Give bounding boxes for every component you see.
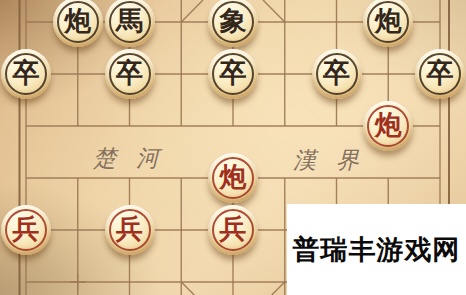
watermark-banner: 普瑞丰游戏网	[287, 204, 466, 295]
piece-black-soldier[interactable]: 卒	[208, 49, 258, 99]
piece-glyph: 卒	[116, 60, 143, 87]
piece-glyph: 炮	[375, 8, 402, 35]
piece-glyph: 卒	[13, 60, 40, 87]
piece-red-soldier[interactable]: 兵	[105, 205, 155, 255]
piece-glyph: 兵	[13, 216, 40, 243]
river-label-hanjie: 漢界	[293, 145, 379, 176]
xiangqi-board: 楚河 漢界 炮馬象炮卒卒卒卒卒炮炮兵兵兵 普瑞丰游戏网	[0, 0, 466, 295]
piece-black-soldier[interactable]: 卒	[105, 49, 155, 99]
piece-black-soldier[interactable]: 卒	[415, 49, 465, 99]
piece-glyph: 兵	[116, 216, 143, 243]
watermark-text: 普瑞丰游戏网	[293, 232, 461, 268]
piece-black-horse[interactable]: 馬	[105, 0, 155, 47]
piece-black-soldier[interactable]: 卒	[1, 49, 51, 99]
piece-glyph: 兵	[220, 216, 247, 243]
piece-glyph: 炮	[220, 164, 247, 191]
piece-black-cannon[interactable]: 炮	[53, 0, 103, 47]
piece-red-soldier[interactable]: 兵	[1, 205, 51, 255]
piece-glyph: 馬	[116, 8, 143, 35]
piece-glyph: 炮	[375, 112, 402, 139]
piece-red-cannon[interactable]: 炮	[363, 101, 413, 151]
piece-glyph: 象	[220, 8, 247, 35]
piece-glyph: 炮	[64, 8, 91, 35]
piece-red-cannon[interactable]: 炮	[208, 153, 258, 203]
piece-glyph: 卒	[427, 60, 454, 87]
piece-glyph: 卒	[220, 60, 247, 87]
piece-glyph: 卒	[323, 60, 350, 87]
piece-black-soldier[interactable]: 卒	[312, 49, 362, 99]
piece-red-soldier[interactable]: 兵	[208, 205, 258, 255]
river-label-chuhe: 楚河	[93, 143, 179, 174]
